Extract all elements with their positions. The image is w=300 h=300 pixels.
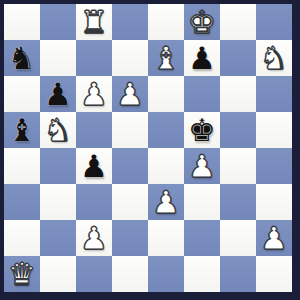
square-h1[interactable] — [256, 256, 292, 292]
square-g5[interactable] — [220, 112, 256, 148]
square-e8[interactable] — [148, 4, 184, 40]
piece-white-pawn-c6[interactable]: ♟ — [80, 76, 108, 112]
square-b1[interactable] — [40, 256, 76, 292]
piece-black-knight-a7[interactable]: ♞ — [8, 40, 36, 76]
square-h3[interactable] — [256, 184, 292, 220]
piece-black-king-f5[interactable]: ♚ — [188, 112, 216, 148]
piece-white-bishop-e7[interactable]: ♝ — [152, 40, 180, 76]
square-e5[interactable] — [148, 112, 184, 148]
square-g4[interactable] — [220, 148, 256, 184]
square-f2[interactable] — [184, 220, 220, 256]
square-b6[interactable]: ♟ — [40, 76, 76, 112]
square-a7[interactable]: ♞ — [4, 40, 40, 76]
square-b4[interactable] — [40, 148, 76, 184]
square-c8[interactable]: ♜ — [76, 4, 112, 40]
piece-white-pawn-h2[interactable]: ♟ — [260, 220, 288, 256]
square-a8[interactable] — [4, 4, 40, 40]
square-f6[interactable] — [184, 76, 220, 112]
square-g8[interactable] — [220, 4, 256, 40]
square-f8[interactable]: ♚ — [184, 4, 220, 40]
square-e1[interactable] — [148, 256, 184, 292]
piece-white-queen-a1[interactable]: ♛ — [8, 256, 36, 292]
board-frame: ♜♚♞♝♟♞♟♟♟♝♞♚♟♟♟♟♟♛ — [0, 0, 300, 300]
square-e3[interactable]: ♟ — [148, 184, 184, 220]
square-e4[interactable] — [148, 148, 184, 184]
square-d1[interactable] — [112, 256, 148, 292]
square-h4[interactable] — [256, 148, 292, 184]
square-f5[interactable]: ♚ — [184, 112, 220, 148]
square-a5[interactable]: ♝ — [4, 112, 40, 148]
square-g3[interactable] — [220, 184, 256, 220]
square-a3[interactable] — [4, 184, 40, 220]
square-a6[interactable] — [4, 76, 40, 112]
square-h2[interactable]: ♟ — [256, 220, 292, 256]
square-c4[interactable]: ♟ — [76, 148, 112, 184]
square-d4[interactable] — [112, 148, 148, 184]
square-c5[interactable] — [76, 112, 112, 148]
square-h8[interactable] — [256, 4, 292, 40]
piece-white-knight-b5[interactable]: ♞ — [44, 112, 72, 148]
square-e2[interactable] — [148, 220, 184, 256]
square-d6[interactable]: ♟ — [112, 76, 148, 112]
piece-white-rook-c8[interactable]: ♜ — [80, 4, 108, 40]
square-a2[interactable] — [4, 220, 40, 256]
piece-white-pawn-f4[interactable]: ♟ — [188, 148, 216, 184]
square-d3[interactable] — [112, 184, 148, 220]
square-d8[interactable] — [112, 4, 148, 40]
square-b8[interactable] — [40, 4, 76, 40]
square-c7[interactable] — [76, 40, 112, 76]
square-e7[interactable]: ♝ — [148, 40, 184, 76]
square-h6[interactable] — [256, 76, 292, 112]
square-h5[interactable] — [256, 112, 292, 148]
piece-white-knight-h7[interactable]: ♞ — [260, 40, 288, 76]
square-g2[interactable] — [220, 220, 256, 256]
square-d7[interactable] — [112, 40, 148, 76]
square-f3[interactable] — [184, 184, 220, 220]
square-d5[interactable] — [112, 112, 148, 148]
square-h7[interactable]: ♞ — [256, 40, 292, 76]
square-b5[interactable]: ♞ — [40, 112, 76, 148]
square-e6[interactable] — [148, 76, 184, 112]
piece-black-pawn-c4[interactable]: ♟ — [80, 148, 108, 184]
piece-white-pawn-c2[interactable]: ♟ — [80, 220, 108, 256]
square-c2[interactable]: ♟ — [76, 220, 112, 256]
piece-white-pawn-e3[interactable]: ♟ — [152, 184, 180, 220]
square-g7[interactable] — [220, 40, 256, 76]
square-b7[interactable] — [40, 40, 76, 76]
square-f1[interactable] — [184, 256, 220, 292]
piece-black-bishop-a5[interactable]: ♝ — [8, 112, 36, 148]
square-f7[interactable]: ♟ — [184, 40, 220, 76]
square-a4[interactable] — [4, 148, 40, 184]
square-f4[interactable]: ♟ — [184, 148, 220, 184]
square-d2[interactable] — [112, 220, 148, 256]
square-a1[interactable]: ♛ — [4, 256, 40, 292]
square-c3[interactable] — [76, 184, 112, 220]
chess-board: ♜♚♞♝♟♞♟♟♟♝♞♚♟♟♟♟♟♛ — [4, 4, 292, 292]
piece-black-pawn-f7[interactable]: ♟ — [188, 40, 216, 76]
piece-black-pawn-b6[interactable]: ♟ — [44, 76, 72, 112]
square-c1[interactable] — [76, 256, 112, 292]
piece-white-pawn-d6[interactable]: ♟ — [116, 76, 144, 112]
square-b3[interactable] — [40, 184, 76, 220]
square-b2[interactable] — [40, 220, 76, 256]
square-g1[interactable] — [220, 256, 256, 292]
square-g6[interactable] — [220, 76, 256, 112]
piece-white-king-f8[interactable]: ♚ — [188, 4, 216, 40]
square-c6[interactable]: ♟ — [76, 76, 112, 112]
